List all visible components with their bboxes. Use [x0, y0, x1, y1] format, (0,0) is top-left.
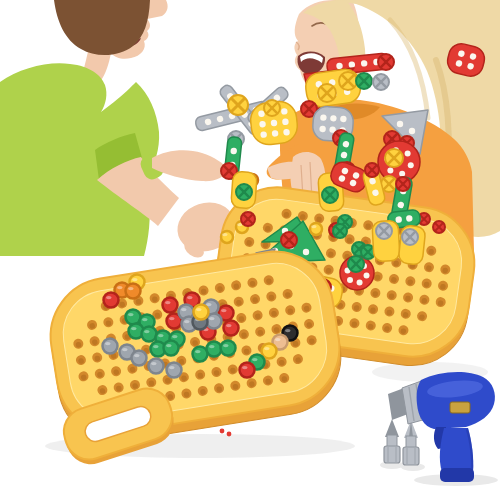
bit-shaft [406, 436, 416, 448]
yellow-screw [385, 149, 403, 167]
green-screw [348, 256, 364, 272]
metal-screw [376, 223, 392, 239]
bit-collar [403, 447, 419, 465]
metal-screw [402, 229, 418, 245]
green-peg [207, 342, 222, 357]
red-peg [240, 363, 255, 378]
gray-peg [167, 363, 182, 378]
gray-peg [149, 359, 164, 374]
green-peg [193, 347, 208, 362]
yellow-screw [264, 100, 280, 116]
red-peg [224, 321, 239, 336]
gray-peg [103, 339, 118, 354]
metal-screw [373, 74, 389, 90]
red-screw [396, 177, 410, 191]
red-screw [433, 221, 445, 233]
bit-shaft [387, 435, 397, 447]
gray-peg [132, 351, 147, 366]
bit-collar [384, 446, 400, 463]
drill-base [440, 468, 474, 482]
green-screw [333, 224, 347, 238]
red-screw [281, 232, 297, 248]
drill-label [450, 402, 470, 413]
yellow-peg [262, 344, 277, 359]
toy-scene-svg [0, 0, 500, 500]
red-screw [241, 212, 255, 226]
green-peg [142, 327, 157, 342]
latch-dot [227, 432, 232, 437]
yellow-peg [221, 231, 233, 243]
green-screw [236, 184, 252, 200]
green-peg [221, 341, 236, 356]
green-screw [322, 187, 338, 203]
yellow-screw [339, 72, 357, 90]
product-photo [0, 0, 500, 500]
green-peg [164, 341, 179, 356]
green-screw [356, 73, 372, 89]
yellow-peg [310, 223, 322, 235]
yellow-screw [318, 84, 336, 102]
yellow-screw [228, 95, 248, 115]
latch-dot [220, 429, 225, 434]
red-screw [378, 54, 394, 70]
red-screw [365, 163, 379, 177]
red-peg [163, 298, 178, 313]
green-peg [126, 310, 141, 325]
red-peg [104, 293, 119, 308]
orange-peg [126, 284, 141, 299]
yellow-peg [194, 305, 209, 320]
